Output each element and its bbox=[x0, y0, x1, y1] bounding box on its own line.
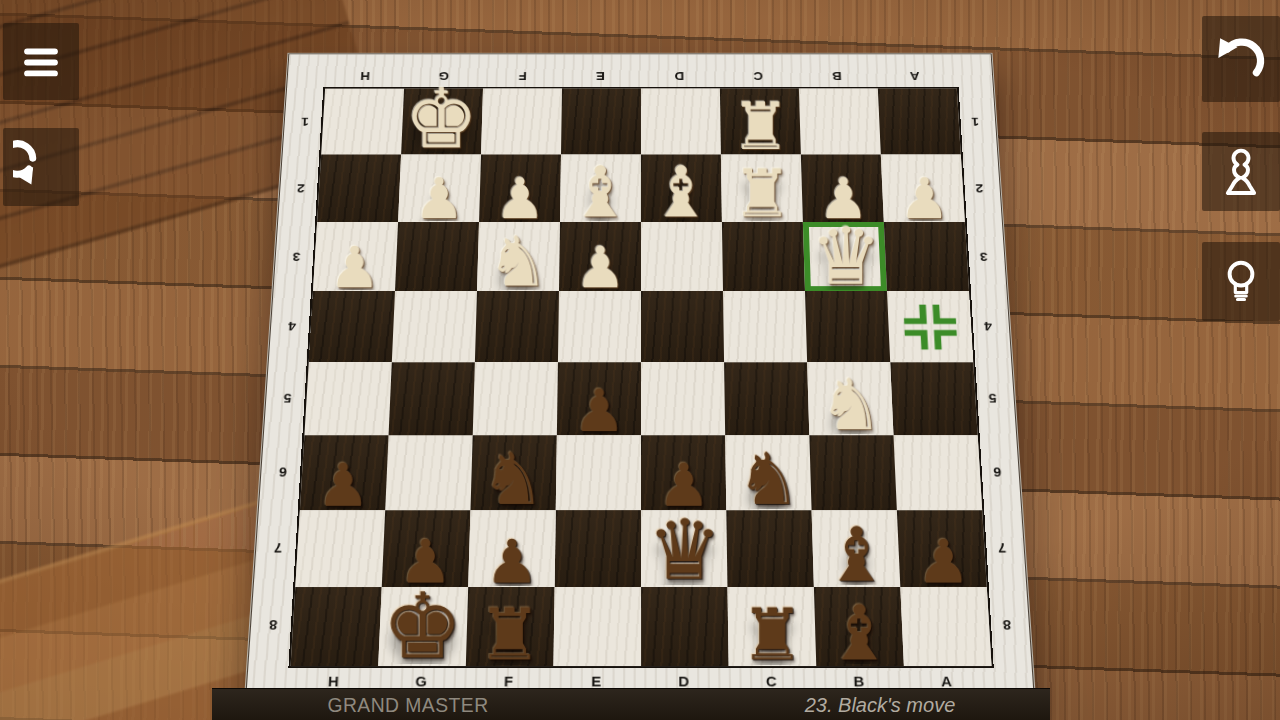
square-d2[interactable]: ♝ bbox=[641, 154, 722, 222]
black-pawn[interactable]: ♟ bbox=[573, 381, 626, 440]
square-e7[interactable] bbox=[555, 510, 641, 587]
coordinate-label: 4 bbox=[276, 291, 308, 362]
square-d7[interactable]: ♛ bbox=[641, 510, 727, 587]
coordinate-label: 8 bbox=[990, 585, 1024, 664]
square-f2[interactable]: ♟ bbox=[479, 154, 561, 222]
coordinate-label: 2 bbox=[285, 154, 316, 221]
square-g3[interactable] bbox=[395, 222, 479, 291]
white-pawn[interactable]: ♟ bbox=[494, 170, 545, 227]
lightbulb-icon bbox=[1213, 254, 1269, 310]
square-a4[interactable] bbox=[887, 291, 973, 362]
white-pawn[interactable]: ♟ bbox=[574, 239, 625, 296]
square-d1[interactable] bbox=[641, 89, 721, 155]
coordinate-label: 5 bbox=[271, 361, 304, 434]
file-labels-top: HGFEDCBA bbox=[325, 67, 954, 86]
coordinate-label: 3 bbox=[280, 222, 312, 291]
white-knight[interactable]: ♞ bbox=[487, 227, 549, 296]
square-a7[interactable]: ♟ bbox=[897, 510, 987, 587]
coordinate-label: 2 bbox=[964, 154, 995, 221]
square-d3[interactable] bbox=[641, 222, 723, 291]
square-b3[interactable]: ♛ bbox=[803, 222, 887, 291]
coordinate-label: 7 bbox=[261, 509, 295, 586]
white-rook[interactable]: ♜ bbox=[731, 94, 790, 159]
square-e5[interactable]: ♟ bbox=[557, 362, 641, 435]
square-e1[interactable] bbox=[561, 89, 641, 155]
black-knight[interactable]: ♞ bbox=[737, 443, 801, 515]
black-pawn[interactable]: ♟ bbox=[916, 532, 970, 592]
square-d4[interactable] bbox=[641, 291, 724, 362]
square-c5[interactable] bbox=[724, 362, 809, 435]
coordinate-label: 4 bbox=[972, 291, 1004, 362]
square-a3[interactable] bbox=[884, 222, 969, 291]
coordinate-label: 5 bbox=[976, 361, 1009, 434]
square-f4[interactable] bbox=[475, 291, 559, 362]
coordinate-label: 6 bbox=[266, 434, 299, 509]
square-b1[interactable] bbox=[799, 89, 881, 155]
black-bishop[interactable]: ♝ bbox=[826, 595, 894, 671]
pawn-icon bbox=[1213, 144, 1269, 200]
square-c7[interactable] bbox=[726, 510, 814, 587]
square-e2[interactable]: ♝ bbox=[560, 154, 641, 222]
black-pawn[interactable]: ♟ bbox=[484, 532, 538, 592]
coordinate-label: 3 bbox=[968, 222, 1000, 291]
square-a2[interactable]: ♟ bbox=[881, 154, 965, 222]
menu-button[interactable] bbox=[3, 23, 79, 100]
white-bishop[interactable]: ♝ bbox=[569, 157, 632, 227]
white-queen[interactable]: ♛ bbox=[810, 218, 881, 297]
white-knight[interactable]: ♞ bbox=[819, 369, 883, 440]
square-f6[interactable]: ♞ bbox=[470, 435, 556, 510]
square-d5[interactable] bbox=[641, 362, 725, 435]
square-h1[interactable] bbox=[321, 89, 404, 155]
coordinate-label: C bbox=[718, 67, 797, 86]
square-d6[interactable]: ♟ bbox=[641, 435, 726, 510]
black-pawn[interactable]: ♟ bbox=[316, 456, 369, 516]
square-c1[interactable]: ♜ bbox=[720, 89, 801, 155]
coordinate-label: H bbox=[325, 67, 405, 86]
square-g2[interactable]: ♟ bbox=[398, 154, 481, 222]
square-b8[interactable]: ♝ bbox=[814, 587, 904, 666]
coordinate-label: 7 bbox=[985, 509, 1019, 586]
square-e4[interactable] bbox=[558, 291, 641, 362]
square-c3[interactable] bbox=[722, 222, 805, 291]
coordinate-label: A bbox=[875, 67, 955, 86]
white-rook[interactable]: ♜ bbox=[733, 161, 792, 227]
square-f3[interactable]: ♞ bbox=[477, 222, 560, 291]
black-bishop[interactable]: ♝ bbox=[823, 517, 890, 592]
chess-board: HGFEDCBA HGFEDCBA 12345678 12345678 ♚♜♟♟… bbox=[245, 54, 1035, 701]
difficulty-label: GRAND MASTER bbox=[327, 693, 488, 717]
app-screen: HGFEDCBA HGFEDCBA 12345678 12345678 ♚♜♟♟… bbox=[0, 0, 1280, 720]
square-b7[interactable]: ♝ bbox=[812, 510, 901, 587]
square-h8[interactable] bbox=[291, 587, 382, 666]
white-pawn[interactable]: ♟ bbox=[899, 170, 950, 227]
square-f5[interactable] bbox=[473, 362, 558, 435]
undo-button[interactable] bbox=[1202, 16, 1280, 102]
coordinate-label: B bbox=[797, 67, 876, 86]
square-b6[interactable] bbox=[809, 435, 897, 510]
square-e6[interactable] bbox=[556, 435, 641, 510]
white-pawn[interactable]: ♟ bbox=[413, 170, 464, 227]
square-a1[interactable] bbox=[878, 89, 961, 155]
square-a6[interactable] bbox=[893, 435, 982, 510]
square-c8[interactable]: ♜ bbox=[727, 587, 816, 666]
square-h5[interactable] bbox=[304, 362, 391, 435]
coordinate-label: E bbox=[561, 67, 640, 86]
board-frame: HGFEDCBA HGFEDCBA 12345678 12345678 ♚♜♟♟… bbox=[245, 54, 1035, 701]
square-g5[interactable] bbox=[389, 362, 475, 435]
coordinate-label: D bbox=[640, 67, 719, 86]
black-king[interactable]: ♚ bbox=[382, 581, 463, 672]
square-h4[interactable] bbox=[309, 291, 395, 362]
square-c4[interactable] bbox=[723, 291, 807, 362]
square-g8[interactable]: ♚ bbox=[378, 587, 468, 666]
hamburger-icon bbox=[14, 35, 68, 89]
white-bishop[interactable]: ♝ bbox=[650, 157, 713, 227]
square-f8[interactable]: ♜ bbox=[466, 587, 555, 666]
coordinate-label: 8 bbox=[256, 585, 290, 664]
move-status-label: 23. Black's move bbox=[805, 694, 956, 717]
white-king[interactable]: ♚ bbox=[404, 77, 478, 160]
square-a5[interactable] bbox=[890, 362, 977, 435]
square-a8[interactable] bbox=[900, 587, 991, 666]
square-g4[interactable] bbox=[392, 291, 477, 362]
undo-icon bbox=[1212, 30, 1270, 88]
last-move-from-marker bbox=[898, 300, 962, 353]
square-e3[interactable]: ♟ bbox=[559, 222, 641, 291]
square-h7[interactable] bbox=[295, 510, 385, 587]
coordinate-label: 6 bbox=[981, 434, 1014, 509]
white-pawn[interactable]: ♟ bbox=[329, 239, 380, 296]
square-b5[interactable]: ♞ bbox=[807, 362, 893, 435]
black-knight[interactable]: ♞ bbox=[481, 443, 545, 515]
hint-button[interactable] bbox=[1202, 242, 1280, 321]
square-f7[interactable]: ♟ bbox=[468, 510, 556, 587]
square-h6[interactable]: ♟ bbox=[300, 435, 389, 510]
coordinate-label: 1 bbox=[960, 89, 991, 155]
square-e8[interactable] bbox=[553, 587, 641, 666]
black-queen[interactable]: ♛ bbox=[647, 509, 722, 592]
square-f1[interactable] bbox=[481, 89, 562, 155]
square-h3[interactable]: ♟ bbox=[313, 222, 398, 291]
square-h2[interactable] bbox=[317, 154, 401, 222]
coordinate-label: F bbox=[483, 67, 562, 86]
coordinate-label: G bbox=[404, 67, 483, 86]
square-g1[interactable]: ♚ bbox=[401, 89, 483, 155]
coordinate-label: 1 bbox=[289, 89, 320, 155]
black-rook[interactable]: ♜ bbox=[478, 599, 542, 671]
square-c2[interactable]: ♜ bbox=[721, 154, 803, 222]
status-bar: GRAND MASTER 23. Black's move bbox=[212, 688, 1050, 720]
square-d8[interactable] bbox=[641, 587, 729, 666]
restart-icon bbox=[13, 139, 69, 195]
pieces-button[interactable] bbox=[1202, 132, 1280, 211]
black-rook[interactable]: ♜ bbox=[740, 599, 804, 671]
square-c6[interactable]: ♞ bbox=[725, 435, 811, 510]
square-g6[interactable] bbox=[385, 435, 473, 510]
squares-grid: ♚♜♟♟♝♝♜♟♟♟♞♟♛♟♞♟♞♟♞♟♟♛♝♟♚♜♜♝ bbox=[291, 89, 992, 666]
restart-button[interactable] bbox=[3, 128, 79, 206]
square-b4[interactable] bbox=[805, 291, 890, 362]
